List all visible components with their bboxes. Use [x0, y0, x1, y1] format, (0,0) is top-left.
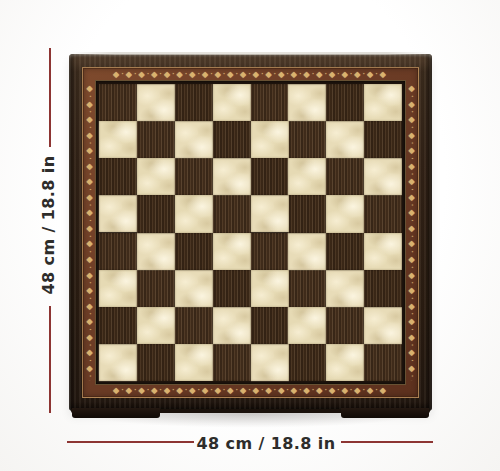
chess-board: ◆·◆·◆·◆·◆·◆·◆·◆·◆·◆·◆·◆·◆·◆·◆·◆·◆·◆·◆·◆·…	[69, 54, 432, 411]
square-d3	[213, 270, 251, 307]
square-f8	[288, 84, 326, 121]
square-d4	[213, 233, 251, 270]
inlay-motif-bottom: ◆·◆·◆·◆·◆·◆·◆·◆·◆·◆·◆·◆·◆·◆·◆·◆·◆·◆·◆·◆·…	[99, 384, 402, 397]
square-b3	[137, 270, 175, 307]
dimension-label-height: 48 cm / 18.8 in	[39, 156, 58, 295]
square-d6	[213, 158, 251, 195]
dimension-line-horizontal-left	[67, 441, 194, 443]
dimension-line-vertical-lower	[49, 306, 51, 413]
square-b7	[137, 121, 175, 158]
square-g3	[326, 270, 364, 307]
square-h1	[364, 344, 402, 381]
square-e8	[251, 84, 289, 121]
product-photo-scene: ◆·◆·◆·◆·◆·◆·◆·◆·◆·◆·◆·◆·◆·◆·◆·◆·◆·◆·◆·◆·…	[0, 0, 500, 471]
square-g8	[326, 84, 364, 121]
square-a7	[99, 121, 137, 158]
square-d1	[213, 344, 251, 381]
square-b5	[137, 195, 175, 232]
square-f6	[288, 158, 326, 195]
dimension-line-horizontal-right	[341, 441, 433, 443]
square-e7	[251, 121, 289, 158]
square-c5	[175, 195, 213, 232]
square-a3	[99, 270, 137, 307]
checkerboard-grid	[99, 84, 402, 381]
square-d7	[213, 121, 251, 158]
square-a6	[99, 158, 137, 195]
square-b2	[137, 307, 175, 344]
square-d2	[213, 307, 251, 344]
square-h5	[364, 195, 402, 232]
board-foot-right	[341, 408, 429, 418]
square-c1	[175, 344, 213, 381]
square-b6	[137, 158, 175, 195]
square-g2	[326, 307, 364, 344]
square-h8	[364, 84, 402, 121]
square-g7	[326, 121, 364, 158]
inlay-motif-right: ◆·◆·◆·◆·◆·◆·◆·◆·◆·◆·◆·◆·◆·◆·◆·◆·◆·◆·◆·◆·…	[405, 84, 418, 381]
square-c6	[175, 158, 213, 195]
square-e6	[251, 158, 289, 195]
square-h3	[364, 270, 402, 307]
square-g1	[326, 344, 364, 381]
square-a8	[99, 84, 137, 121]
square-f2	[288, 307, 326, 344]
square-e3	[251, 270, 289, 307]
square-c8	[175, 84, 213, 121]
square-f7	[288, 121, 326, 158]
square-a4	[99, 233, 137, 270]
square-f5	[288, 195, 326, 232]
square-a1	[99, 344, 137, 381]
square-h4	[364, 233, 402, 270]
square-h6	[364, 158, 402, 195]
square-d8	[213, 84, 251, 121]
square-c2	[175, 307, 213, 344]
square-c3	[175, 270, 213, 307]
square-e4	[251, 233, 289, 270]
square-g5	[326, 195, 364, 232]
square-h2	[364, 307, 402, 344]
square-b1	[137, 344, 175, 381]
square-e2	[251, 307, 289, 344]
square-a5	[99, 195, 137, 232]
square-b4	[137, 233, 175, 270]
square-h7	[364, 121, 402, 158]
square-e5	[251, 195, 289, 232]
square-g4	[326, 233, 364, 270]
square-c4	[175, 233, 213, 270]
square-g6	[326, 158, 364, 195]
frame-top-bevel-highlight	[72, 52, 429, 55]
square-b8	[137, 84, 175, 121]
dimension-line-vertical-upper	[49, 48, 51, 147]
square-f4	[288, 233, 326, 270]
square-a2	[99, 307, 137, 344]
dimension-label-width: 48 cm / 18.8 in	[197, 434, 336, 453]
square-d5	[213, 195, 251, 232]
square-f1	[288, 344, 326, 381]
board-foot-left	[72, 408, 160, 418]
square-e1	[251, 344, 289, 381]
square-f3	[288, 270, 326, 307]
square-c7	[175, 121, 213, 158]
